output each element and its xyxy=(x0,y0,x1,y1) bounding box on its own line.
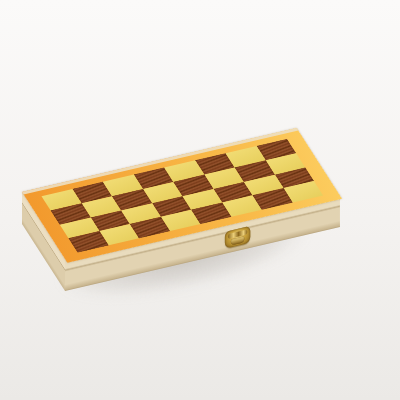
brass-clasp-latch xyxy=(225,226,250,249)
product-photo-scene xyxy=(0,0,400,400)
